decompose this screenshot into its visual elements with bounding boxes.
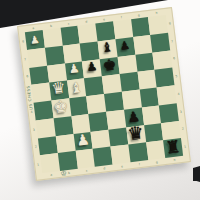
black-pawn: ♟ — [86, 61, 98, 74]
square-f1 — [128, 143, 148, 163]
black-bishop: ♝ — [101, 41, 114, 55]
coordinate-label: 7 — [24, 57, 26, 61]
square-c4 — [69, 96, 89, 116]
coordinate-label: 2 — [182, 127, 184, 131]
coordinate-label: 1 — [184, 145, 186, 149]
square-a2 — [38, 136, 58, 156]
square-d3 — [89, 112, 109, 132]
coordinate-label: c — [68, 22, 70, 26]
square-f6 — [117, 54, 137, 74]
coordinate-label: 5 — [175, 74, 177, 78]
square-c5: ♝ — [67, 79, 87, 99]
square-g3 — [141, 105, 161, 125]
coordinate-label: d — [103, 166, 105, 170]
square-h3 — [159, 103, 179, 123]
square-g2 — [144, 123, 164, 143]
coordinate-label: 1 — [37, 163, 39, 167]
square-b3 — [53, 116, 73, 136]
square-d5 — [84, 76, 104, 96]
black-queen: ♛ — [127, 124, 145, 144]
coordinate-label: 6 — [173, 56, 175, 60]
square-g7 — [133, 35, 153, 55]
square-b2 — [55, 134, 75, 154]
square-c8 — [60, 26, 80, 46]
coordinate-label: 4 — [30, 110, 32, 114]
coordinate-label: d — [85, 20, 87, 24]
coordinate-label: e — [103, 17, 105, 21]
square-c7 — [62, 43, 82, 63]
coordinate-label: h — [155, 11, 157, 15]
square-g6 — [135, 52, 155, 72]
board-grid: ♟♝♟♟♟♚♛♝♚♟♟♛♜ — [25, 15, 183, 173]
square-h6 — [153, 50, 173, 70]
square-e8 — [95, 21, 115, 41]
square-f7: ♟ — [115, 37, 135, 57]
black-rook: ♜ — [165, 138, 182, 157]
square-f8 — [113, 19, 133, 39]
coordinate-label: 2 — [35, 145, 37, 149]
square-a1 — [40, 153, 60, 173]
square-h8 — [148, 15, 168, 35]
square-e6: ♚ — [100, 57, 120, 77]
square-h4 — [157, 85, 177, 105]
square-c1 — [75, 149, 95, 169]
square-b1 — [58, 151, 78, 171]
coordinate-label: 6 — [26, 74, 28, 78]
square-f5 — [119, 72, 139, 92]
coordinate-label: c — [86, 169, 88, 173]
square-g1 — [146, 140, 166, 160]
white-king: ♚ — [53, 98, 69, 116]
square-d7 — [80, 41, 100, 61]
white-pawn: ♟ — [75, 132, 90, 148]
coordinate-label: 8 — [22, 39, 24, 43]
coordinate-label: a — [50, 173, 52, 177]
black-king: ♚ — [102, 57, 117, 73]
square-e5 — [102, 74, 122, 94]
coordinate-label: 3 — [179, 109, 181, 113]
coordinate-label: h — [173, 158, 175, 162]
coordinate-label: 8 — [169, 21, 171, 25]
black-pawn: ♟ — [119, 40, 130, 52]
square-g5 — [137, 70, 157, 90]
photo-scene: abcdefgh abcdefgh 87654321 87654321 US C… — [0, 0, 200, 200]
white-pawn: ♟ — [29, 33, 40, 45]
square-d8 — [78, 24, 98, 44]
square-b8 — [42, 28, 62, 48]
square-a3 — [36, 118, 56, 138]
coordinate-label: g — [138, 13, 140, 17]
chess-board: abcdefgh abcdefgh 87654321 87654321 US C… — [17, 7, 191, 181]
square-a7 — [27, 48, 47, 68]
square-e2 — [108, 127, 128, 147]
coordinate-label: e — [121, 164, 123, 168]
square-c6: ♟ — [64, 61, 84, 81]
square-a5 — [31, 83, 51, 103]
coordinate-label: f — [139, 162, 141, 166]
square-h1: ♜ — [163, 138, 183, 158]
square-b7 — [45, 45, 65, 65]
white-pawn: ♟ — [68, 64, 80, 77]
square-f4 — [122, 90, 142, 110]
coordinate-label: g — [156, 160, 158, 164]
square-e1 — [110, 145, 130, 165]
square-d4 — [86, 94, 106, 114]
square-e3 — [106, 109, 126, 129]
square-g4 — [139, 88, 159, 108]
square-c2: ♟ — [73, 131, 93, 151]
coordinate-label: 4 — [177, 92, 179, 96]
square-d2 — [91, 129, 111, 149]
square-b4: ♚ — [51, 98, 71, 118]
coordinate-label: 3 — [33, 127, 35, 131]
square-a6 — [29, 65, 49, 85]
table-gap — [193, 168, 200, 181]
square-a8: ♟ — [25, 30, 45, 50]
coordinate-label: b — [68, 171, 70, 175]
square-a4 — [34, 100, 54, 120]
square-h7 — [150, 32, 170, 52]
coordinate-label: 7 — [171, 39, 173, 43]
white-bishop: ♝ — [69, 80, 83, 96]
coordinate-label: a — [32, 26, 34, 30]
square-d1 — [93, 147, 113, 167]
square-h5 — [155, 68, 175, 88]
square-e4 — [104, 92, 124, 112]
square-f2: ♛ — [126, 125, 146, 145]
square-g8 — [131, 17, 151, 37]
coordinate-label: f — [121, 15, 123, 19]
coordinate-label: b — [50, 24, 52, 28]
square-d6: ♟ — [82, 59, 102, 79]
